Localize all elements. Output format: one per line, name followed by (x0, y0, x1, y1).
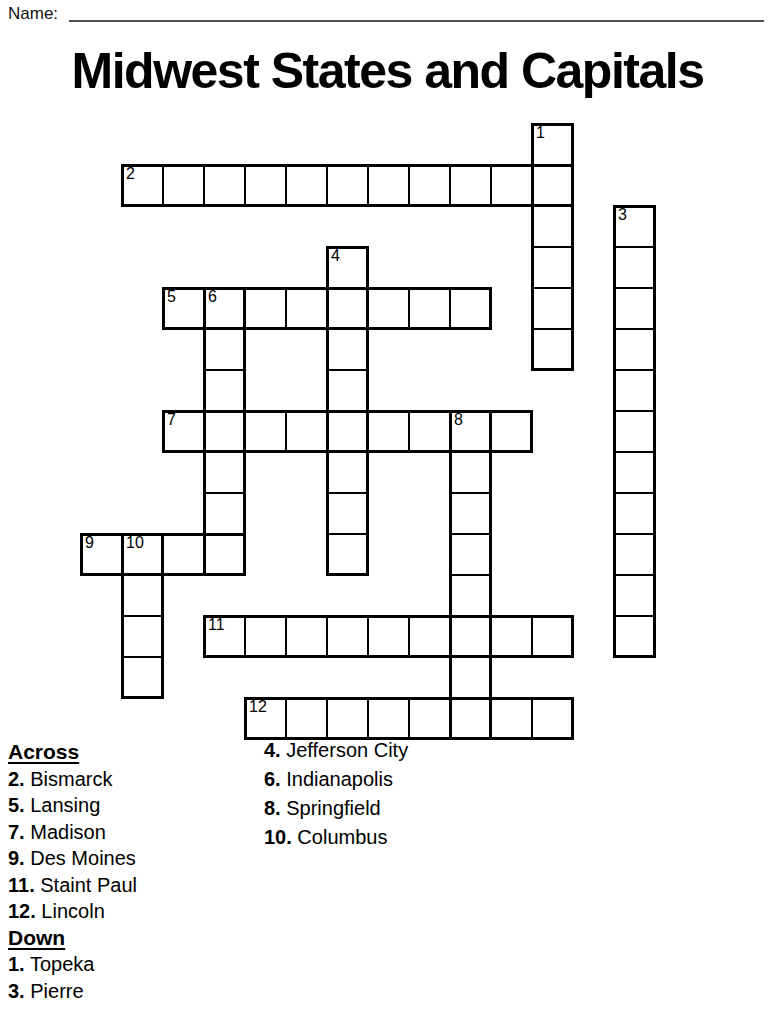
grid-cell[interactable] (613, 533, 656, 576)
grid-cell[interactable] (613, 615, 656, 658)
grid-cell[interactable] (203, 451, 246, 494)
grid-cell[interactable] (490, 164, 533, 207)
grid-cell[interactable] (285, 287, 328, 330)
grid-cell[interactable]: 10 (121, 533, 164, 576)
grid-cell[interactable] (367, 615, 410, 658)
name-blank-line (69, 20, 764, 22)
grid-cell[interactable]: 3 (613, 205, 656, 248)
grid-cell[interactable] (326, 164, 369, 207)
grid-cell[interactable]: 6 (203, 287, 246, 330)
grid-cell[interactable] (531, 246, 574, 289)
across-clue-list: 2. Bismarck5. Lansing7. Madison9. Des Mo… (8, 766, 137, 925)
grid-cell[interactable] (162, 164, 205, 207)
grid-cell[interactable] (531, 287, 574, 330)
grid-cell[interactable] (162, 533, 205, 576)
grid-cell[interactable] (285, 697, 328, 740)
grid-cell[interactable] (203, 328, 246, 371)
grid-cell[interactable]: 7 (162, 410, 205, 453)
grid-cell[interactable] (449, 287, 492, 330)
grid-cell[interactable] (408, 164, 451, 207)
grid-cell[interactable] (613, 287, 656, 330)
grid-cell[interactable] (367, 287, 410, 330)
grid-cell[interactable] (531, 164, 574, 207)
grid-cell[interactable] (408, 615, 451, 658)
grid-cell[interactable] (244, 615, 287, 658)
grid-cell[interactable] (203, 492, 246, 535)
grid-cell[interactable] (490, 615, 533, 658)
grid-cell[interactable] (613, 369, 656, 412)
grid-cell[interactable] (449, 615, 492, 658)
grid-cell[interactable]: 8 (449, 410, 492, 453)
grid-cell[interactable] (326, 533, 369, 576)
clue-number: 12 (249, 699, 267, 716)
clue-item: 2. Bismarck (8, 766, 137, 793)
grid-cell[interactable] (244, 287, 287, 330)
grid-cell[interactable] (326, 615, 369, 658)
grid-cell[interactable] (531, 205, 574, 248)
grid-cell[interactable] (326, 410, 369, 453)
grid-cell[interactable] (408, 410, 451, 453)
grid-cell[interactable] (613, 574, 656, 617)
grid-cell[interactable] (326, 451, 369, 494)
grid-cell[interactable] (531, 615, 574, 658)
clue-item: 12. Lincoln (8, 898, 137, 925)
clue-number: 9 (85, 535, 94, 552)
grid-cell[interactable] (203, 369, 246, 412)
down-clue-list-right: 4. Jefferson City6. Indianapolis8. Sprin… (264, 736, 408, 852)
clue-item: 7. Madison (8, 819, 137, 846)
clue-item: 10. Columbus (264, 823, 408, 852)
grid-cell[interactable] (285, 410, 328, 453)
grid-cell[interactable]: 5 (162, 287, 205, 330)
clue-number: 6 (208, 289, 217, 306)
clue-item: 1. Topeka (8, 951, 137, 978)
clue-number: 8 (454, 412, 463, 429)
grid-cell[interactable] (203, 410, 246, 453)
clue-item: 6. Indianapolis (264, 765, 408, 794)
grid-cell[interactable] (244, 164, 287, 207)
grid-cell[interactable] (613, 246, 656, 289)
down-heading: Down (8, 925, 137, 952)
clue-item: 3. Pierre (8, 978, 137, 1005)
grid-cell[interactable] (285, 615, 328, 658)
clue-item: 9. Des Moines (8, 845, 137, 872)
clue-number: 7 (167, 412, 176, 429)
clue-item: 8. Springfield (264, 794, 408, 823)
page-title: Midwest States and Capitals (0, 42, 775, 100)
grid-cell[interactable] (490, 410, 533, 453)
clue-number: 1 (536, 125, 545, 142)
grid-cell[interactable] (613, 492, 656, 535)
grid-cell[interactable] (121, 574, 164, 617)
clue-item: 4. Jefferson City (264, 736, 408, 765)
grid-cell[interactable] (408, 697, 451, 740)
grid-cell[interactable]: 2 (121, 164, 164, 207)
clue-number: 3 (618, 207, 627, 224)
grid-cell[interactable] (449, 164, 492, 207)
clue-item: 5. Lansing (8, 792, 137, 819)
grid-cell[interactable] (613, 328, 656, 371)
grid-cell[interactable] (408, 287, 451, 330)
grid-cell[interactable] (531, 697, 574, 740)
clue-number: 11 (208, 617, 225, 634)
across-heading: Across (8, 739, 137, 766)
clues-column-right: 4. Jefferson City6. Indianapolis8. Sprin… (264, 736, 408, 852)
grid-cell[interactable] (613, 410, 656, 453)
grid-cell[interactable] (326, 697, 369, 740)
grid-cell[interactable]: 12 (244, 697, 287, 740)
down-clue-list-left: 1. Topeka3. Pierre (8, 951, 137, 1004)
grid-cell[interactable] (326, 328, 369, 371)
grid-cell[interactable] (121, 656, 164, 699)
crossword-grid: 123456789101112 (80, 123, 654, 738)
clues-column-left: Across 2. Bismarck5. Lansing7. Madison9.… (8, 739, 137, 1004)
clue-number: 2 (126, 166, 135, 183)
grid-cell[interactable] (203, 164, 246, 207)
grid-cell[interactable] (449, 574, 492, 617)
grid-cell[interactable] (449, 697, 492, 740)
grid-cell[interactable] (367, 697, 410, 740)
clue-number: 10 (126, 535, 144, 552)
grid-cell[interactable] (613, 451, 656, 494)
grid-cell[interactable]: 11 (203, 615, 246, 658)
grid-cell[interactable] (244, 410, 287, 453)
grid-cell[interactable] (326, 369, 369, 412)
grid-cell[interactable]: 9 (80, 533, 123, 576)
grid-cell[interactable] (285, 164, 328, 207)
grid-cell[interactable] (531, 328, 574, 371)
grid-cell[interactable]: 4 (326, 246, 369, 289)
grid-cell[interactable] (449, 492, 492, 535)
grid-cell[interactable] (326, 287, 369, 330)
grid-cell[interactable] (449, 533, 492, 576)
grid-cell[interactable] (367, 410, 410, 453)
grid-cell[interactable] (449, 656, 492, 699)
grid-cell[interactable] (449, 451, 492, 494)
grid-cell[interactable] (203, 533, 246, 576)
clue-number: 5 (167, 289, 176, 306)
grid-cell[interactable] (326, 492, 369, 535)
clue-item: 11. Staint Paul (8, 872, 137, 899)
grid-cell[interactable] (367, 164, 410, 207)
name-label: Name: (8, 4, 58, 24)
grid-cell[interactable] (490, 697, 533, 740)
grid-cell[interactable]: 1 (531, 123, 574, 166)
clue-number: 4 (331, 248, 340, 265)
